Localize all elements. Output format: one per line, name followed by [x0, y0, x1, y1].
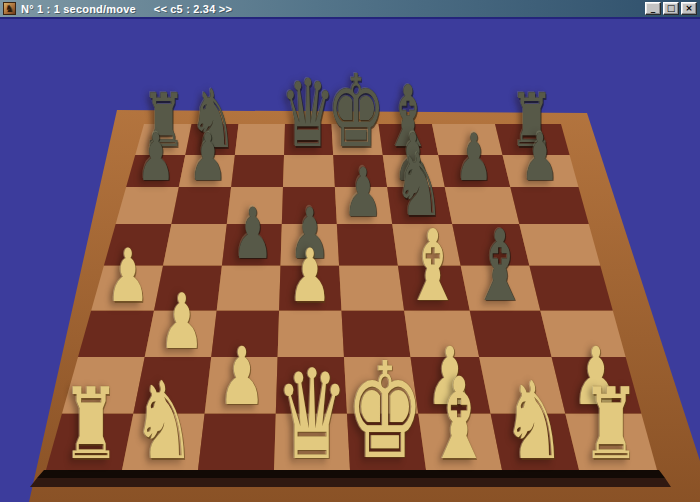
window-title: N° 1 : 1 second/move: [21, 3, 136, 15]
square-b5[interactable]: [163, 224, 227, 266]
square-c7[interactable]: [231, 155, 284, 187]
piece-white-pawn-a4[interactable]: ♟: [107, 247, 150, 306]
piece-black-pawn-b7[interactable]: ♟: [188, 132, 226, 184]
minimize-button[interactable]: _: [645, 2, 661, 15]
titlebar-buttons: _ □ ×: [645, 2, 697, 15]
engine-status-text: << c5 : 2.34 >>: [154, 3, 232, 15]
piece-white-pawn-c2[interactable]: ♟: [219, 344, 266, 408]
piece-black-pawn-h7[interactable]: ♟: [521, 132, 559, 184]
piece-white-pawn-d4[interactable]: ♟: [288, 247, 331, 306]
square-h4[interactable]: [529, 266, 612, 311]
piece-white-king-e1[interactable]: ♚: [346, 358, 424, 464]
titlebar[interactable]: ♞ N° 1 : 1 second/move << c5 : 2.34 >> _…: [0, 0, 700, 19]
piece-white-bishop-f1[interactable]: ♝: [426, 374, 492, 464]
piece-black-pawn-a7[interactable]: ♟: [137, 132, 175, 184]
piece-black-pawn-c5[interactable]: ♟: [232, 205, 273, 261]
board-canvas: ♜♞♛♚♝♜♟♟♟♟♟♟♞♟♟♟♟♝♝♟♟♟♟♜♞♛♚♝♞♜: [0, 0, 700, 502]
piece-black-king-e8[interactable]: ♚: [327, 72, 386, 152]
piece-white-queen-d1[interactable]: ♛: [275, 365, 348, 464]
piece-white-knight-b1[interactable]: ♞: [133, 379, 196, 465]
piece-black-pawn-e6[interactable]: ♟: [343, 166, 383, 220]
close-button[interactable]: ×: [681, 2, 697, 15]
piece-white-rook-a1[interactable]: ♜: [62, 386, 120, 465]
square-e4[interactable]: [339, 266, 404, 311]
piece-white-rook-h1[interactable]: ♜: [582, 386, 640, 465]
chess-app-window: ♜♞♛♚♝♜♟♟♟♟♟♟♞♟♟♟♟♝♝♟♟♟♟♜♞♛♚♝♞♜ ♞ N° 1 : …: [0, 0, 700, 502]
app-knight-icon: ♞: [3, 2, 16, 15]
restore-button[interactable]: □: [663, 2, 679, 15]
square-c8[interactable]: [235, 124, 285, 155]
piece-black-pawn-g7[interactable]: ♟: [455, 132, 493, 184]
piece-white-knight-g1[interactable]: ♞: [503, 379, 566, 465]
piece-white-bishop-f4[interactable]: ♝: [404, 227, 462, 306]
square-h5[interactable]: [519, 224, 600, 266]
piece-black-bishop-g4[interactable]: ♝: [471, 227, 529, 306]
piece-white-pawn-b3[interactable]: ♟: [159, 291, 204, 352]
